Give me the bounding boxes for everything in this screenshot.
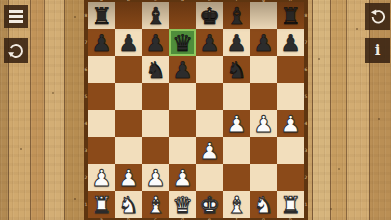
rank-label-4: 4	[304, 110, 308, 137]
square-d4[interactable]	[169, 110, 196, 137]
square-f7[interactable]: ♟	[223, 29, 250, 56]
square-g3[interactable]	[250, 137, 277, 164]
square-h2[interactable]	[277, 164, 304, 191]
square-b6[interactable]	[115, 56, 142, 83]
rotate-board-icon	[7, 42, 25, 60]
file-label-a: a	[88, 218, 115, 220]
undo-icon	[369, 8, 387, 26]
file-label-f: f	[223, 218, 250, 220]
square-d3[interactable]	[169, 137, 196, 164]
black-bishop[interactable]: ♝	[142, 2, 169, 29]
black-bishop[interactable]: ♝	[223, 2, 250, 29]
white-bishop[interactable]: ♝	[142, 191, 169, 218]
white-pawn[interactable]: ♟	[250, 110, 277, 137]
square-b3[interactable]	[115, 137, 142, 164]
square-e6[interactable]	[196, 56, 223, 83]
white-pawn[interactable]: ♟	[88, 164, 115, 191]
white-queen[interactable]: ♛	[169, 191, 196, 218]
square-e2[interactable]	[196, 164, 223, 191]
rank-label-2: 2	[304, 164, 308, 191]
black-pawn[interactable]: ♟	[196, 29, 223, 56]
square-c8[interactable]: ♝	[142, 2, 169, 29]
black-pawn[interactable]: ♟	[142, 29, 169, 56]
white-bishop[interactable]: ♝	[223, 191, 250, 218]
nail-dots	[0, 0, 2, 2]
square-g1[interactable]: ♞	[250, 191, 277, 218]
rank-label-8: 8	[304, 2, 308, 29]
rotate-button[interactable]	[4, 38, 28, 63]
square-g5[interactable]	[250, 83, 277, 110]
black-knight[interactable]: ♞	[223, 56, 250, 83]
square-e5[interactable]	[196, 83, 223, 110]
file-label-h: h	[277, 218, 304, 220]
white-pawn[interactable]: ♟	[142, 164, 169, 191]
white-pawn[interactable]: ♟	[196, 137, 223, 164]
rank-label-1: 1	[304, 191, 308, 218]
square-d7[interactable]: ♛	[169, 29, 196, 56]
white-pawn[interactable]: ♟	[115, 164, 142, 191]
square-c2[interactable]: ♟	[142, 164, 169, 191]
square-f8[interactable]: ♝	[223, 2, 250, 29]
square-c1[interactable]: ♝	[142, 191, 169, 218]
square-d2[interactable]: ♟	[169, 164, 196, 191]
rank-label-3: 3	[304, 137, 308, 164]
square-h3[interactable]	[277, 137, 304, 164]
white-knight[interactable]: ♞	[250, 191, 277, 218]
black-pawn[interactable]: ♟	[88, 29, 115, 56]
square-a2[interactable]: ♟	[88, 164, 115, 191]
file-label-d: d	[169, 218, 196, 220]
white-knight[interactable]: ♞	[115, 191, 142, 218]
square-g7[interactable]: ♟	[250, 29, 277, 56]
square-d1[interactable]: ♛	[169, 191, 196, 218]
square-a8[interactable]: ♜	[88, 2, 115, 29]
white-pawn[interactable]: ♟	[223, 110, 250, 137]
square-a4[interactable]	[88, 110, 115, 137]
black-pawn[interactable]: ♟	[115, 29, 142, 56]
info-button[interactable]: i	[365, 38, 390, 63]
square-h4[interactable]: ♟	[277, 110, 304, 137]
square-f3[interactable]	[223, 137, 250, 164]
square-a3[interactable]	[88, 137, 115, 164]
square-h8[interactable]: ♜	[277, 2, 304, 29]
square-f1[interactable]: ♝	[223, 191, 250, 218]
rank-label-6: 6	[304, 56, 308, 83]
white-rook[interactable]: ♜	[88, 191, 115, 218]
rank-label-7: 7	[304, 29, 308, 56]
file-labels-bottom: abcdefgh	[88, 218, 304, 220]
square-a6[interactable]	[88, 56, 115, 83]
menu-button[interactable]	[4, 5, 28, 28]
board-grid: ♜♝♚♝♜♟♟♟♛♟♟♟♟♞♟♞♟♟♟♟♟♟♟♟♜♞♝♛♚♝♞♜	[88, 2, 304, 218]
square-f6[interactable]: ♞	[223, 56, 250, 83]
square-c7[interactable]: ♟	[142, 29, 169, 56]
white-pawn[interactable]: ♟	[277, 110, 304, 137]
square-h5[interactable]	[277, 83, 304, 110]
square-b2[interactable]: ♟	[115, 164, 142, 191]
black-rook[interactable]: ♜	[277, 2, 304, 29]
square-h1[interactable]: ♜	[277, 191, 304, 218]
black-pawn[interactable]: ♟	[250, 29, 277, 56]
square-b4[interactable]	[115, 110, 142, 137]
rank-labels-right: 87654321	[304, 2, 308, 218]
square-e1[interactable]: ♚	[196, 191, 223, 218]
square-g2[interactable]	[250, 164, 277, 191]
square-e3[interactable]: ♟	[196, 137, 223, 164]
square-g8[interactable]	[250, 2, 277, 29]
black-king[interactable]: ♚	[196, 2, 223, 29]
black-pawn[interactable]: ♟	[277, 29, 304, 56]
info-icon: i	[375, 43, 381, 58]
square-h6[interactable]	[277, 56, 304, 83]
square-h7[interactable]: ♟	[277, 29, 304, 56]
square-f2[interactable]	[223, 164, 250, 191]
hamburger-icon	[9, 10, 23, 23]
square-a1[interactable]: ♜	[88, 191, 115, 218]
square-e8[interactable]: ♚	[196, 2, 223, 29]
black-knight[interactable]: ♞	[142, 56, 169, 83]
white-pawn[interactable]: ♟	[169, 164, 196, 191]
square-a5[interactable]	[88, 83, 115, 110]
square-f5[interactable]	[223, 83, 250, 110]
black-pawn[interactable]: ♟	[223, 29, 250, 56]
black-pawn[interactable]: ♟	[169, 56, 196, 83]
file-label-b: b	[115, 218, 142, 220]
square-d6[interactable]: ♟	[169, 56, 196, 83]
square-c6[interactable]: ♞	[142, 56, 169, 83]
square-e7[interactable]: ♟	[196, 29, 223, 56]
file-label-c: c	[142, 218, 169, 220]
square-d8[interactable]	[169, 2, 196, 29]
black-queen[interactable]: ♛	[169, 29, 196, 56]
square-b5[interactable]	[115, 83, 142, 110]
square-d5[interactable]	[169, 83, 196, 110]
black-rook[interactable]: ♜	[88, 2, 115, 29]
white-king[interactable]: ♚	[196, 191, 223, 218]
file-label-g: g	[250, 218, 277, 220]
square-f4[interactable]: ♟	[223, 110, 250, 137]
undo-button[interactable]	[365, 3, 390, 30]
square-a7[interactable]: ♟	[88, 29, 115, 56]
square-c5[interactable]	[142, 83, 169, 110]
square-b8[interactable]	[115, 2, 142, 29]
square-c4[interactable]	[142, 110, 169, 137]
square-b1[interactable]: ♞	[115, 191, 142, 218]
square-e4[interactable]	[196, 110, 223, 137]
chess-board: abcdefgh abcdefgh 87654321 87654321 ♜♝♚♝…	[84, 0, 308, 220]
square-g6[interactable]	[250, 56, 277, 83]
file-label-e: e	[196, 218, 223, 220]
rank-label-5: 5	[304, 83, 308, 110]
white-rook[interactable]: ♜	[277, 191, 304, 218]
square-b7[interactable]: ♟	[115, 29, 142, 56]
square-g4[interactable]: ♟	[250, 110, 277, 137]
app-screen: i abcdefgh abcdefgh 87654321 87654321 ♜♝…	[0, 0, 391, 220]
square-c3[interactable]	[142, 137, 169, 164]
